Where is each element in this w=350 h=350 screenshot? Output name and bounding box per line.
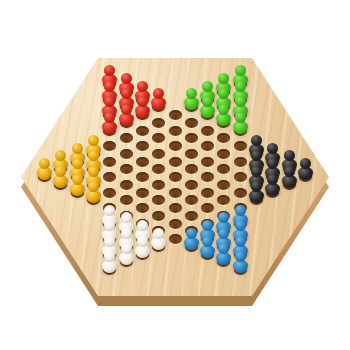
board-hole[interactable]	[169, 203, 182, 213]
board-hole[interactable]	[201, 157, 214, 167]
board-hole[interactable]	[103, 188, 116, 198]
board-hole[interactable]	[201, 141, 214, 151]
board-hole[interactable]	[201, 172, 214, 182]
board-hole[interactable]	[201, 126, 214, 136]
board-hole[interactable]	[169, 172, 182, 182]
board-hole[interactable]	[152, 211, 165, 221]
board-hole[interactable]	[201, 188, 214, 198]
board-hole[interactable]	[234, 172, 247, 182]
board-hole[interactable]	[169, 126, 182, 136]
board-hole[interactable]	[185, 211, 198, 221]
board-hole[interactable]	[169, 141, 182, 151]
board-hole[interactable]	[152, 149, 165, 159]
board-hole[interactable]	[136, 157, 149, 167]
board-hole[interactable]	[103, 157, 116, 167]
board-hole[interactable]	[120, 164, 133, 174]
peg-red[interactable]	[119, 113, 134, 126]
board-hole[interactable]	[169, 110, 182, 120]
board-hole[interactable]	[234, 157, 247, 167]
board-hole[interactable]	[136, 172, 149, 182]
board-hole[interactable]	[169, 219, 182, 229]
board-hole[interactable]	[152, 180, 165, 190]
board-hole[interactable]	[136, 126, 149, 136]
peg-yellow[interactable]	[70, 183, 85, 196]
board-hole[interactable]	[136, 141, 149, 151]
board-hole[interactable]	[185, 180, 198, 190]
peg-black[interactable]	[282, 175, 297, 188]
peg-blue[interactable]	[233, 260, 248, 273]
board-hole[interactable]	[185, 149, 198, 159]
board-hole[interactable]	[201, 203, 214, 213]
board-hole[interactable]	[169, 234, 182, 244]
board-hole[interactable]	[234, 188, 247, 198]
peg-white[interactable]	[135, 245, 150, 258]
board-hole[interactable]	[185, 118, 198, 128]
board-hole[interactable]	[120, 180, 133, 190]
peg-blue[interactable]	[200, 245, 215, 258]
board-hole[interactable]	[120, 133, 133, 143]
peg-green[interactable]	[233, 121, 248, 134]
chinese-checkers-board	[21, 58, 329, 296]
board-hole[interactable]	[217, 149, 230, 159]
board-hole[interactable]	[120, 149, 133, 159]
board-hole[interactable]	[169, 157, 182, 167]
board-hole[interactable]	[234, 141, 247, 151]
board-hole[interactable]	[120, 195, 133, 205]
chinese-checkers-product-photo	[0, 0, 350, 350]
board-hole[interactable]	[136, 203, 149, 213]
board-hole[interactable]	[152, 118, 165, 128]
board-hole[interactable]	[136, 188, 149, 198]
board-hole[interactable]	[169, 188, 182, 198]
peg-blue[interactable]	[184, 237, 199, 250]
board-hole[interactable]	[217, 180, 230, 190]
